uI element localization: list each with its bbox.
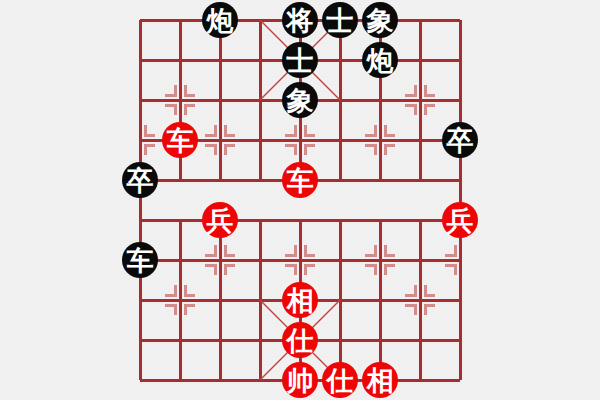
piece-red-advisor[interactable]: 仕 [322, 362, 358, 398]
piece-black-cannon[interactable]: 炮 [362, 42, 398, 78]
piece-red-soldier[interactable]: 兵 [442, 202, 478, 238]
piece-red-chariot[interactable]: 车 [162, 122, 198, 158]
piece-black-soldier[interactable]: 卒 [122, 162, 158, 198]
piece-black-cannon[interactable]: 炮 [202, 2, 238, 38]
piece-black-advisor[interactable]: 士 [322, 2, 358, 38]
piece-black-elephant[interactable]: 象 [362, 2, 398, 38]
piece-red-soldier[interactable]: 兵 [202, 202, 238, 238]
piece-red-advisor[interactable]: 仕 [282, 322, 318, 358]
piece-black-elephant[interactable]: 象 [282, 82, 318, 118]
piece-red-elephant[interactable]: 相 [282, 282, 318, 318]
piece-red-general[interactable]: 帅 [282, 362, 318, 398]
piece-black-chariot[interactable]: 车 [122, 242, 158, 278]
piece-red-elephant[interactable]: 相 [362, 362, 398, 398]
piece-black-advisor[interactable]: 士 [282, 42, 318, 78]
piece-black-general[interactable]: 将 [282, 2, 318, 38]
pieces-layer: 炮将士象士炮象卒卒车车车兵兵相仕帅仕相 [120, 0, 480, 400]
xiangqi-board: 炮将士象士炮象卒卒车车车兵兵相仕帅仕相 [0, 0, 600, 400]
piece-red-chariot[interactable]: 车 [282, 162, 318, 198]
piece-black-soldier[interactable]: 卒 [442, 122, 478, 158]
